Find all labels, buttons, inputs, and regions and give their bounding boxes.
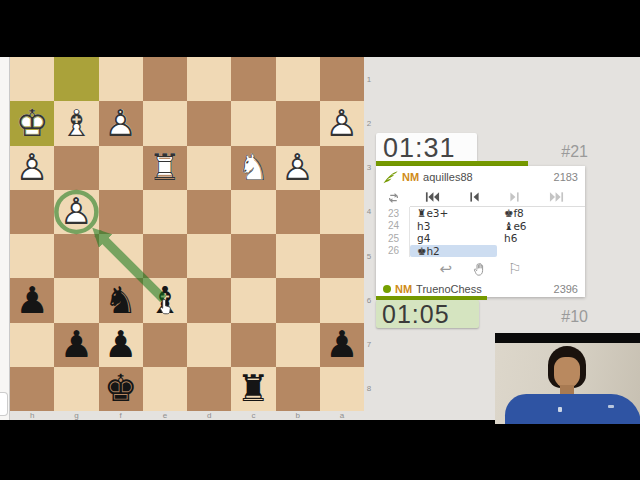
piece-black-pawn[interactable]: ♟ (54, 323, 98, 367)
rank-coordinates: 12345678 (364, 57, 374, 411)
piece-black-knight[interactable]: ♞ (99, 278, 143, 322)
square-d8[interactable] (187, 367, 231, 411)
bottom-player-rating: 2396 (554, 283, 578, 295)
square-b1[interactable] (276, 57, 320, 101)
piece-black-pawn[interactable]: ♟ (10, 278, 54, 322)
square-f8[interactable]: ♚ (99, 367, 143, 411)
rank-label: 3 (364, 146, 374, 190)
square-h8[interactable] (10, 367, 54, 411)
streamer-webcam (495, 333, 640, 424)
square-b6[interactable] (276, 278, 320, 322)
skip-last-icon[interactable] (549, 192, 564, 202)
square-e3[interactable]: ♜♖ (143, 146, 187, 190)
webcam-top-strip (495, 333, 640, 343)
top-player-rating: 2183 (554, 171, 578, 183)
game-side-panel: NM aquilles88 2183 (376, 166, 585, 297)
square-e8[interactable] (143, 367, 187, 411)
rank-label: 8 (364, 367, 374, 411)
square-c7[interactable] (231, 323, 275, 367)
step-forward-icon[interactable] (509, 192, 520, 202)
piece-white-rook[interactable]: ♜♖ (143, 146, 187, 190)
rank-label: 1 (364, 57, 374, 101)
piece-white-bishop[interactable]: ♝♗ (54, 101, 98, 145)
game-action-buttons: ↩ ⚐ (376, 257, 585, 281)
square-f1[interactable] (99, 57, 143, 101)
file-coordinates: hgfedcba (10, 411, 364, 420)
square-d5[interactable] (187, 234, 231, 278)
square-b2[interactable] (276, 101, 320, 145)
file-label: c (231, 411, 275, 420)
cropped-left-panel-edge (0, 57, 10, 420)
square-c4[interactable] (231, 190, 275, 234)
square-d3[interactable] (187, 146, 231, 190)
move-row: 23♜e3+♚f8 (376, 207, 585, 220)
square-f7[interactable]: ♟ (99, 323, 143, 367)
online-dot-icon (383, 285, 391, 293)
square-h1[interactable] (10, 57, 54, 101)
square-c1[interactable] (231, 57, 275, 101)
piece-white-king[interactable]: ♚♔ (10, 101, 54, 145)
square-f2[interactable]: ♟♙ (99, 101, 143, 145)
square-a5[interactable] (320, 234, 364, 278)
move-row: 25g4h6 (376, 232, 585, 245)
move-number: 25 (376, 232, 410, 245)
square-a4[interactable] (320, 190, 364, 234)
square-c3[interactable]: ♞♘ (231, 146, 275, 190)
rank-label: 5 (364, 234, 374, 278)
square-c5[interactable] (231, 234, 275, 278)
move-number: 26 (376, 245, 410, 258)
move-list: 23♜e3+♚f824h3♝e625g4h626♚h2 (376, 207, 585, 257)
square-g2[interactable]: ♝♗ (54, 101, 98, 145)
move-row: 26♚h2 (376, 245, 585, 258)
autoplay-cycle-icon[interactable] (376, 188, 410, 207)
file-label: d (187, 411, 231, 420)
webcam-shirt-logo (608, 405, 614, 408)
square-g1[interactable] (54, 57, 98, 101)
square-a8[interactable] (320, 367, 364, 411)
webcam-shirt-logo (558, 407, 562, 412)
square-e7[interactable] (143, 323, 187, 367)
square-g4[interactable]: ♟♙ (54, 190, 98, 234)
top-player-row: NM aquilles88 2183 (376, 166, 585, 188)
square-h7[interactable] (10, 323, 54, 367)
file-label: f (99, 411, 143, 420)
square-g5[interactable] (54, 234, 98, 278)
takeback-icon[interactable]: ↩ (439, 262, 452, 277)
move-black[interactable]: ♚f8 (497, 207, 584, 220)
square-c2[interactable] (231, 101, 275, 145)
file-label: a (320, 411, 364, 420)
square-d4[interactable] (187, 190, 231, 234)
square-f3[interactable] (99, 146, 143, 190)
square-e6[interactable]: ♝ (143, 278, 187, 322)
square-d2[interactable] (187, 101, 231, 145)
square-f6[interactable]: ♞ (99, 278, 143, 322)
piece-white-knight[interactable]: ♞♘ (231, 146, 275, 190)
square-b5[interactable] (276, 234, 320, 278)
replay-toolbar (376, 188, 585, 207)
piece-black-bishop[interactable]: ♝ (143, 278, 187, 322)
square-e5[interactable] (143, 234, 187, 278)
stream-frame: ♚♔♝♗♟♙♟♙♟♙♜♖♞♘♟♙♟♙♟♞♝♟♟♟♚♜ hgfedcba 1234… (0, 0, 640, 480)
file-label: g (54, 411, 98, 420)
skip-first-icon[interactable] (425, 192, 440, 202)
square-d6[interactable] (187, 278, 231, 322)
square-b4[interactable] (276, 190, 320, 234)
top-player-title: NM (402, 171, 419, 183)
square-h5[interactable] (10, 234, 54, 278)
square-e1[interactable] (143, 57, 187, 101)
top-player-clock: 01:31 (376, 133, 477, 164)
bottom-player-clock: 01:05 (376, 300, 479, 328)
piece-white-pawn[interactable]: ♟♙ (276, 146, 320, 190)
chess-board[interactable]: ♚♔♝♗♟♙♟♙♟♙♜♖♞♘♟♙♟♙♟♞♝♟♟♟♚♜ (10, 57, 364, 411)
piece-black-pawn[interactable]: ♟ (320, 323, 364, 367)
square-a2[interactable]: ♟♙ (320, 101, 364, 145)
move-white[interactable]: h3 (410, 220, 497, 233)
webcam-person-shirt (505, 394, 640, 424)
square-g7[interactable]: ♟ (54, 323, 98, 367)
move-black (497, 245, 584, 258)
square-h6[interactable]: ♟ (10, 278, 54, 322)
piece-black-pawn[interactable]: ♟ (99, 323, 143, 367)
move-black[interactable]: h6 (497, 232, 584, 245)
square-a1[interactable] (320, 57, 364, 101)
file-label: b (276, 411, 320, 420)
square-a3[interactable] (320, 146, 364, 190)
file-label: h (10, 411, 54, 420)
rank-label: 2 (364, 101, 374, 145)
letterbox-bottom (0, 420, 640, 480)
move-white[interactable]: g4 (410, 232, 497, 245)
square-d7[interactable] (187, 323, 231, 367)
file-label: e (143, 411, 187, 420)
square-b8[interactable] (276, 367, 320, 411)
square-d1[interactable] (187, 57, 231, 101)
square-c6[interactable] (231, 278, 275, 322)
square-a7[interactable]: ♟ (320, 323, 364, 367)
bottom-player-title: NM (395, 283, 412, 295)
piece-white-pawn[interactable]: ♟♙ (99, 101, 143, 145)
square-g6[interactable] (54, 278, 98, 322)
square-e4[interactable] (143, 190, 187, 234)
move-row: 24h3♝e6 (376, 220, 585, 233)
move-white[interactable]: ♜e3+ (410, 207, 497, 220)
bottom-player-name[interactable]: TruenoChess (416, 283, 482, 295)
square-e2[interactable] (143, 101, 187, 145)
webcam-person-face (554, 357, 580, 388)
piece-white-pawn[interactable]: ♟♙ (10, 146, 54, 190)
berserk-wing-icon (383, 171, 398, 184)
square-h4[interactable] (10, 190, 54, 234)
square-g8[interactable] (54, 367, 98, 411)
bottom-player-tournament-rank: #10 (536, 308, 588, 326)
square-f4[interactable] (99, 190, 143, 234)
move-number: 23 (376, 207, 410, 220)
move-number: 24 (376, 220, 410, 233)
rank-label: 6 (364, 278, 374, 322)
square-h2[interactable]: ♚♔ (10, 101, 54, 145)
piece-black-king[interactable]: ♚ (99, 367, 143, 411)
square-b3[interactable]: ♟♙ (276, 146, 320, 190)
square-h3[interactable]: ♟♙ (10, 146, 54, 190)
rank-label: 7 (364, 323, 374, 367)
piece-black-rook[interactable]: ♜ (231, 367, 275, 411)
bottom-player-row: NM TruenoChess 2396 (376, 281, 585, 297)
square-b7[interactable] (276, 323, 320, 367)
cropped-side-tab (0, 392, 8, 416)
square-a6[interactable] (320, 278, 364, 322)
move-black[interactable]: ♝e6 (497, 220, 584, 233)
resign-flag-icon[interactable]: ⚐ (508, 262, 521, 277)
draw-offer-hand-icon[interactable] (473, 262, 487, 277)
piece-white-pawn[interactable]: ♟♙ (320, 101, 364, 145)
replay-nav-buttons (410, 188, 585, 207)
rank-label: 4 (364, 190, 374, 234)
square-g3[interactable] (54, 146, 98, 190)
top-player-name[interactable]: aquilles88 (423, 171, 473, 183)
piece-white-pawn[interactable]: ♟♙ (54, 190, 98, 234)
top-player-tournament-rank: #21 (536, 143, 588, 161)
square-f5[interactable] (99, 234, 143, 278)
move-white[interactable]: ♚h2 (410, 245, 497, 258)
step-back-icon[interactable] (469, 192, 480, 202)
square-c8[interactable]: ♜ (231, 367, 275, 411)
